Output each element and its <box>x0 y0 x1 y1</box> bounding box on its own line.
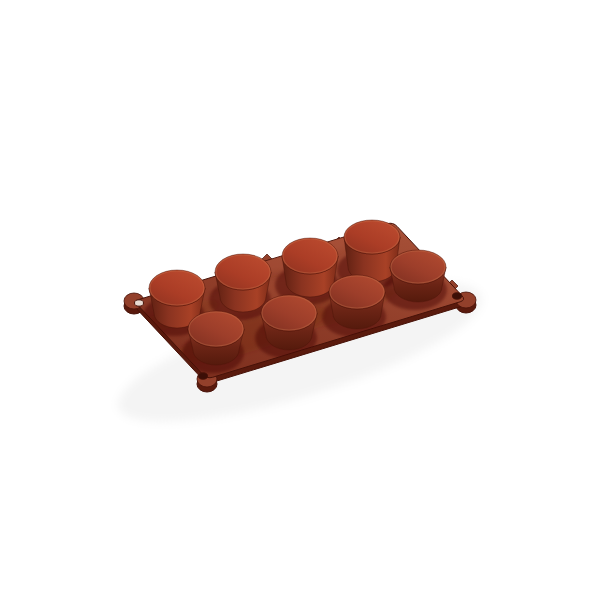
cavity-back-3-top <box>282 238 338 274</box>
right-corner-hole <box>453 293 462 299</box>
mold-cavity-back-2 <box>215 254 271 312</box>
cavity-front-3-top <box>329 275 385 309</box>
front-corner-hole <box>199 373 208 379</box>
product-photo <box>0 0 600 600</box>
cavity-back-1-top <box>149 270 205 306</box>
cavity-front-4-top <box>390 250 446 284</box>
mold-photo-svg <box>0 0 600 600</box>
mold-cavity-front-1 <box>188 311 244 365</box>
cavity-back-2-top <box>215 254 271 290</box>
left-corner-hole <box>135 300 144 306</box>
mold-cavity-front-3 <box>329 275 385 329</box>
cavity-front-1-top <box>188 311 244 347</box>
mold-cavity-front-2 <box>261 295 317 350</box>
mold-cavity-front-4 <box>390 250 446 302</box>
silicone-mold <box>105 218 494 449</box>
cavity-front-2-top <box>261 295 317 331</box>
cavity-back-4-top <box>344 220 400 254</box>
